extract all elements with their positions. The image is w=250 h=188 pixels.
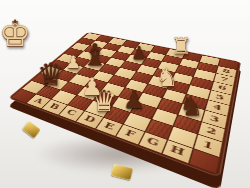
chess-set-photo: 87654321ABCDEFGH ♚♜♛♞♟♟♝♟♛♟♞ [0, 0, 250, 188]
